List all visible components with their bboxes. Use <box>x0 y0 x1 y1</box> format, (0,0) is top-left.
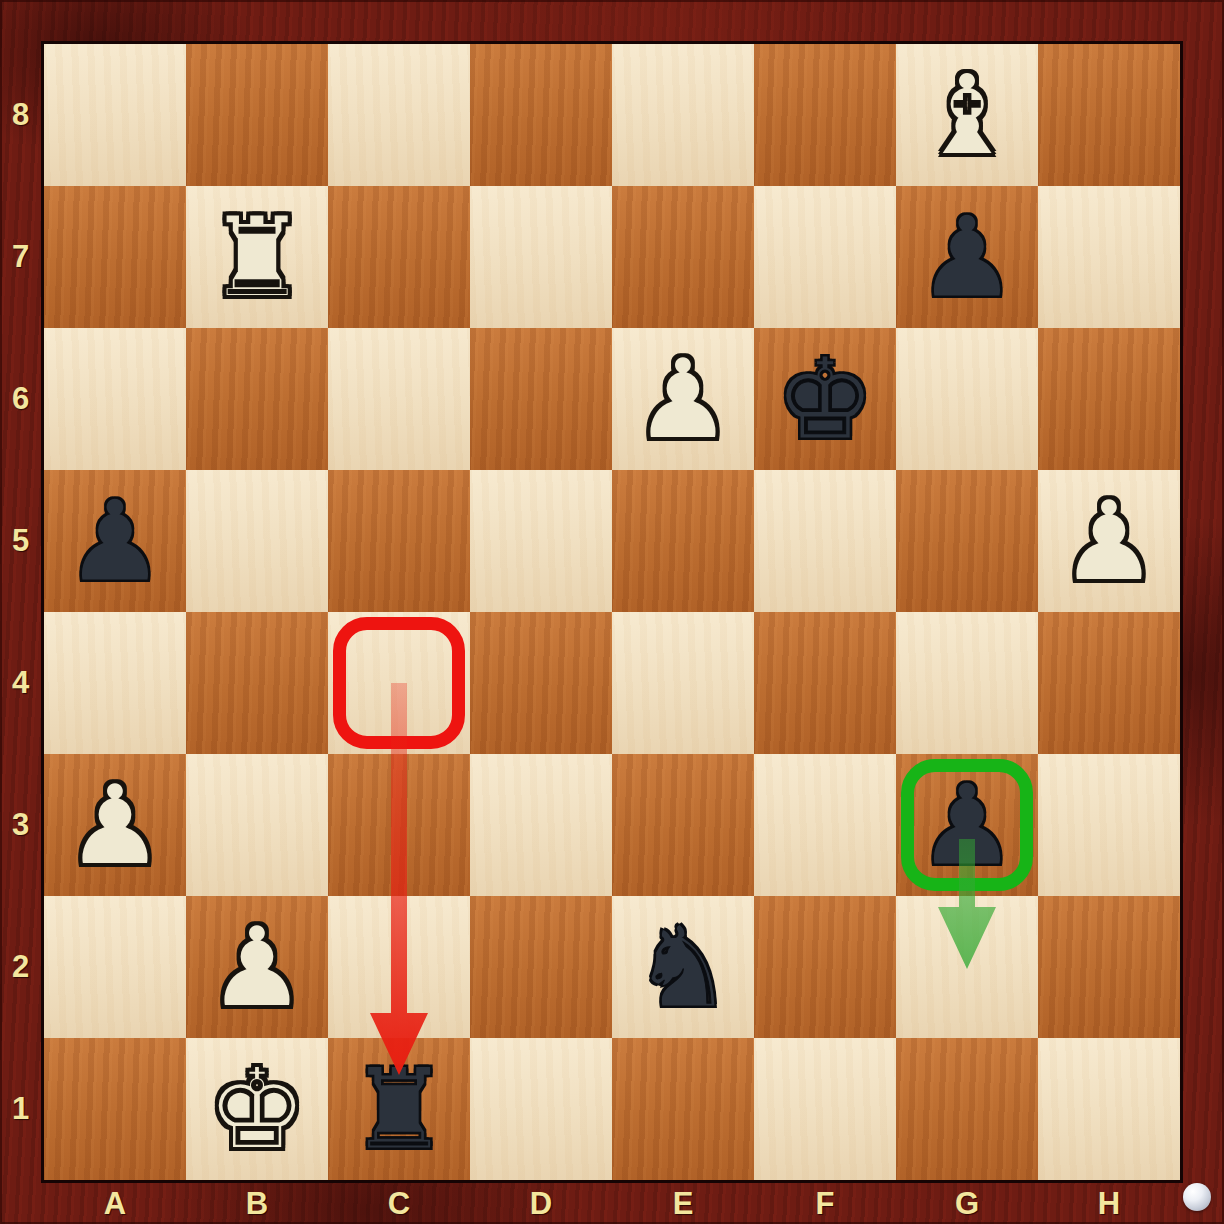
square-c2[interactable] <box>328 896 470 1038</box>
square-f6[interactable]: ♚ <box>754 328 896 470</box>
rank-label-5: 5 <box>0 470 41 612</box>
square-c8[interactable] <box>328 44 470 186</box>
rank-label-3: 3 <box>0 754 41 896</box>
square-e6[interactable]: ♟ <box>612 328 754 470</box>
file-label-d: D <box>470 1186 612 1224</box>
square-b5[interactable] <box>186 470 328 612</box>
square-a7[interactable] <box>44 186 186 328</box>
white-king-b1[interactable]: ♚ <box>207 1038 307 1180</box>
white-pawn-a3[interactable]: ♟ <box>65 754 165 896</box>
square-b4[interactable] <box>186 612 328 754</box>
square-a8[interactable] <box>44 44 186 186</box>
square-f4[interactable] <box>754 612 896 754</box>
square-c6[interactable] <box>328 328 470 470</box>
square-b7[interactable]: ♜ <box>186 186 328 328</box>
black-knight-e2[interactable]: ♞ <box>633 896 733 1038</box>
black-pawn-g7[interactable]: ♟ <box>917 186 1017 328</box>
square-e4[interactable] <box>612 612 754 754</box>
square-e2[interactable]: ♞ <box>612 896 754 1038</box>
square-c1[interactable]: ♜ <box>328 1038 470 1180</box>
black-pawn-g3[interactable]: ♟ <box>917 754 1017 896</box>
square-a6[interactable] <box>44 328 186 470</box>
square-a4[interactable] <box>44 612 186 754</box>
square-g6[interactable] <box>896 328 1038 470</box>
square-d1[interactable] <box>470 1038 612 1180</box>
square-h1[interactable] <box>1038 1038 1180 1180</box>
white-pawn-b2[interactable]: ♟ <box>207 896 307 1038</box>
square-g7[interactable]: ♟ <box>896 186 1038 328</box>
white-pawn-h5[interactable]: ♟ <box>1059 470 1159 612</box>
square-g3[interactable]: ♟ <box>896 754 1038 896</box>
square-b6[interactable] <box>186 328 328 470</box>
square-a2[interactable] <box>44 896 186 1038</box>
square-e7[interactable] <box>612 186 754 328</box>
file-label-a: A <box>44 1186 186 1224</box>
square-a1[interactable] <box>44 1038 186 1180</box>
white-rook-b7[interactable]: ♜ <box>207 186 307 328</box>
file-label-h: H <box>1038 1186 1180 1224</box>
square-b8[interactable] <box>186 44 328 186</box>
square-e8[interactable] <box>612 44 754 186</box>
square-h3[interactable] <box>1038 754 1180 896</box>
square-c4[interactable] <box>328 612 470 754</box>
side-to-move-indicator <box>1183 1183 1211 1211</box>
rank-label-6: 6 <box>0 328 41 470</box>
square-e3[interactable] <box>612 754 754 896</box>
file-label-b: B <box>186 1186 328 1224</box>
black-rook-c1[interactable]: ♜ <box>349 1038 449 1180</box>
square-c5[interactable] <box>328 470 470 612</box>
square-f8[interactable] <box>754 44 896 186</box>
square-g8[interactable]: ♝ <box>896 44 1038 186</box>
black-king-f6[interactable]: ♚ <box>775 328 875 470</box>
rank-label-2: 2 <box>0 896 41 1038</box>
square-f7[interactable] <box>754 186 896 328</box>
square-g1[interactable] <box>896 1038 1038 1180</box>
white-bishop-g8[interactable]: ♝ <box>917 44 1017 186</box>
square-h2[interactable] <box>1038 896 1180 1038</box>
rank-label-4: 4 <box>0 612 41 754</box>
chess-board: ♝♜♟♟♚♟♟♟♟♟♞♚♜ <box>41 41 1183 1183</box>
square-g2[interactable] <box>896 896 1038 1038</box>
square-e5[interactable] <box>612 470 754 612</box>
black-pawn-a5[interactable]: ♟ <box>65 470 165 612</box>
square-h4[interactable] <box>1038 612 1180 754</box>
rank-label-8: 8 <box>0 44 41 186</box>
square-f2[interactable] <box>754 896 896 1038</box>
file-label-e: E <box>612 1186 754 1224</box>
square-f3[interactable] <box>754 754 896 896</box>
file-label-g: G <box>896 1186 1038 1224</box>
square-f1[interactable] <box>754 1038 896 1180</box>
square-d7[interactable] <box>470 186 612 328</box>
square-d2[interactable] <box>470 896 612 1038</box>
square-g4[interactable] <box>896 612 1038 754</box>
square-h5[interactable]: ♟ <box>1038 470 1180 612</box>
square-d4[interactable] <box>470 612 612 754</box>
file-label-f: F <box>754 1186 896 1224</box>
square-e1[interactable] <box>612 1038 754 1180</box>
square-g5[interactable] <box>896 470 1038 612</box>
square-a3[interactable]: ♟ <box>44 754 186 896</box>
square-d3[interactable] <box>470 754 612 896</box>
square-h7[interactable] <box>1038 186 1180 328</box>
square-h8[interactable] <box>1038 44 1180 186</box>
square-d8[interactable] <box>470 44 612 186</box>
square-d5[interactable] <box>470 470 612 612</box>
square-b1[interactable]: ♚ <box>186 1038 328 1180</box>
square-d6[interactable] <box>470 328 612 470</box>
rank-label-7: 7 <box>0 186 41 328</box>
file-label-c: C <box>328 1186 470 1224</box>
square-b3[interactable] <box>186 754 328 896</box>
square-f5[interactable] <box>754 470 896 612</box>
chess-app-frame: ♝♜♟♟♚♟♟♟♟♟♞♚♜ ABCDEFGH87654321 <box>0 0 1224 1224</box>
square-h6[interactable] <box>1038 328 1180 470</box>
white-pawn-e6[interactable]: ♟ <box>633 328 733 470</box>
square-c3[interactable] <box>328 754 470 896</box>
square-c7[interactable] <box>328 186 470 328</box>
square-b2[interactable]: ♟ <box>186 896 328 1038</box>
square-a5[interactable]: ♟ <box>44 470 186 612</box>
rank-label-1: 1 <box>0 1038 41 1180</box>
